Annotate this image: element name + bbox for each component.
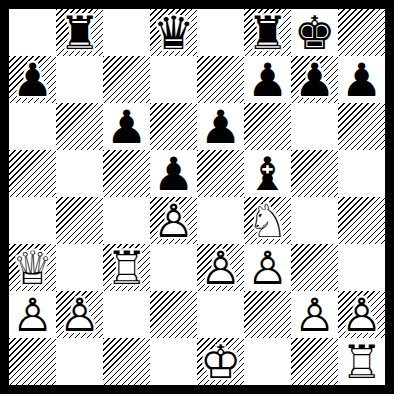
square-f8[interactable]: ♜	[244, 9, 291, 56]
square-f1[interactable]	[244, 338, 291, 385]
square-b6[interactable]	[56, 103, 103, 150]
square-f2[interactable]	[244, 291, 291, 338]
white-piece-outline-layer: ♕	[9, 244, 56, 291]
white-piece-outline-layer: ♙	[244, 244, 291, 291]
white-king-e1[interactable]: ♚♔	[197, 338, 244, 385]
square-c5[interactable]	[103, 150, 150, 197]
white-piece-fill-layer: ♟	[56, 291, 103, 338]
white-piece-outline-layer: ♙	[197, 244, 244, 291]
square-a3[interactable]: ♛♕	[9, 244, 56, 291]
square-h3[interactable]	[338, 244, 385, 291]
black-piece-glyph: ♟	[291, 56, 338, 103]
white-piece-fill-layer: ♟	[338, 291, 385, 338]
square-g2[interactable]: ♟♙	[291, 291, 338, 338]
square-g6[interactable]	[291, 103, 338, 150]
square-d2[interactable]	[150, 291, 197, 338]
white-piece-outline-layer: ♙	[56, 291, 103, 338]
white-piece-outline-layer: ♙	[338, 291, 385, 338]
square-b5[interactable]	[56, 150, 103, 197]
square-c2[interactable]	[103, 291, 150, 338]
square-c1[interactable]	[103, 338, 150, 385]
black-piece-glyph: ♟	[103, 103, 150, 150]
square-c4[interactable]	[103, 197, 150, 244]
square-b2[interactable]: ♟♙	[56, 291, 103, 338]
square-e5[interactable]	[197, 150, 244, 197]
square-a6[interactable]	[9, 103, 56, 150]
white-piece-outline-layer: ♙	[9, 291, 56, 338]
white-piece-outline-layer: ♖	[338, 338, 385, 385]
square-h2[interactable]: ♟♙	[338, 291, 385, 338]
white-piece-outline-layer: ♙	[291, 291, 338, 338]
white-piece-outline-layer: ♘	[244, 197, 291, 244]
square-d4[interactable]: ♟♙	[150, 197, 197, 244]
square-b3[interactable]	[56, 244, 103, 291]
square-d8[interactable]: ♛	[150, 9, 197, 56]
square-f3[interactable]: ♟♙	[244, 244, 291, 291]
square-d6[interactable]	[150, 103, 197, 150]
square-a4[interactable]	[9, 197, 56, 244]
square-e8[interactable]	[197, 9, 244, 56]
black-piece-glyph: ♛	[150, 9, 197, 56]
black-queen-d8[interactable]: ♛	[150, 9, 197, 56]
white-piece-fill-layer: ♜	[338, 338, 385, 385]
square-g1[interactable]	[291, 338, 338, 385]
white-pawn-h2[interactable]: ♟♙	[338, 291, 385, 338]
square-h1[interactable]: ♜♖	[338, 338, 385, 385]
square-e4[interactable]	[197, 197, 244, 244]
square-h8[interactable]	[338, 9, 385, 56]
square-d1[interactable]	[150, 338, 197, 385]
black-piece-glyph: ♟	[197, 103, 244, 150]
square-h6[interactable]	[338, 103, 385, 150]
white-piece-fill-layer: ♚	[197, 338, 244, 385]
white-piece-fill-layer: ♟	[197, 244, 244, 291]
square-e6[interactable]: ♟	[197, 103, 244, 150]
black-rook-f8[interactable]: ♜	[244, 9, 291, 56]
white-piece-fill-layer: ♟	[9, 291, 56, 338]
square-f5[interactable]: ♝	[244, 150, 291, 197]
black-pawn-e6[interactable]: ♟	[197, 103, 244, 150]
black-pawn-h7[interactable]: ♟	[338, 56, 385, 103]
square-a7[interactable]: ♟	[9, 56, 56, 103]
white-pawn-d4[interactable]: ♟♙	[150, 197, 197, 244]
black-piece-glyph: ♜	[56, 9, 103, 56]
white-pawn-e3[interactable]: ♟♙	[197, 244, 244, 291]
black-king-g8[interactable]: ♚	[291, 9, 338, 56]
square-h5[interactable]	[338, 150, 385, 197]
white-queen-a3[interactable]: ♛♕	[9, 244, 56, 291]
square-d7[interactable]	[150, 56, 197, 103]
white-pawn-f3[interactable]: ♟♙	[244, 244, 291, 291]
black-piece-glyph: ♟	[150, 150, 197, 197]
black-piece-glyph: ♝	[244, 150, 291, 197]
square-a2[interactable]: ♟♙	[9, 291, 56, 338]
white-piece-fill-layer: ♞	[244, 197, 291, 244]
square-d5[interactable]: ♟	[150, 150, 197, 197]
white-piece-fill-layer: ♟	[291, 291, 338, 338]
white-piece-outline-layer: ♙	[150, 197, 197, 244]
black-piece-glyph: ♟	[244, 56, 291, 103]
square-g8[interactable]: ♚	[291, 9, 338, 56]
white-piece-outline-layer: ♖	[103, 244, 150, 291]
white-piece-fill-layer: ♟	[244, 244, 291, 291]
square-f4[interactable]: ♞♘	[244, 197, 291, 244]
white-piece-fill-layer: ♛	[9, 244, 56, 291]
square-b1[interactable]	[56, 338, 103, 385]
black-pawn-f7[interactable]: ♟	[244, 56, 291, 103]
black-pawn-c6[interactable]: ♟	[103, 103, 150, 150]
black-pawn-a7[interactable]: ♟	[9, 56, 56, 103]
white-pawn-b2[interactable]: ♟♙	[56, 291, 103, 338]
white-piece-fill-layer: ♟	[150, 197, 197, 244]
square-g7[interactable]: ♟	[291, 56, 338, 103]
white-piece-outline-layer: ♔	[197, 338, 244, 385]
square-f7[interactable]: ♟	[244, 56, 291, 103]
square-h4[interactable]	[338, 197, 385, 244]
square-a1[interactable]	[9, 338, 56, 385]
square-f6[interactable]	[244, 103, 291, 150]
black-pawn-g7[interactable]: ♟	[291, 56, 338, 103]
square-c7[interactable]	[103, 56, 150, 103]
square-b7[interactable]	[56, 56, 103, 103]
square-c6[interactable]: ♟	[103, 103, 150, 150]
black-piece-glyph: ♟	[9, 56, 56, 103]
white-pawn-a2[interactable]: ♟♙	[9, 291, 56, 338]
square-c3[interactable]: ♜♖	[103, 244, 150, 291]
square-g3[interactable]	[291, 244, 338, 291]
square-a8[interactable]	[9, 9, 56, 56]
board-frame: ♜♛♜♚♟♟♟♟♟♟♟♝♟♙♞♘♛♕♜♖♟♙♟♙♟♙♟♙♟♙♟♙♚♔♜♖	[0, 0, 394, 394]
square-b4[interactable]	[56, 197, 103, 244]
white-rook-h1[interactable]: ♜♖	[338, 338, 385, 385]
square-e1[interactable]: ♚♔	[197, 338, 244, 385]
black-bishop-f5[interactable]: ♝	[244, 150, 291, 197]
chess-board: ♜♛♜♚♟♟♟♟♟♟♟♝♟♙♞♘♛♕♜♖♟♙♟♙♟♙♟♙♟♙♟♙♚♔♜♖	[9, 9, 385, 385]
square-b8[interactable]: ♜	[56, 9, 103, 56]
white-piece-fill-layer: ♜	[103, 244, 150, 291]
black-piece-glyph: ♜	[244, 9, 291, 56]
square-e7[interactable]	[197, 56, 244, 103]
square-g5[interactable]	[291, 150, 338, 197]
white-knight-f4[interactable]: ♞♘	[244, 197, 291, 244]
square-a5[interactable]	[9, 150, 56, 197]
square-e2[interactable]	[197, 291, 244, 338]
square-d3[interactable]	[150, 244, 197, 291]
black-piece-glyph: ♚	[291, 9, 338, 56]
black-rook-b8[interactable]: ♜	[56, 9, 103, 56]
square-e3[interactable]: ♟♙	[197, 244, 244, 291]
square-h7[interactable]: ♟	[338, 56, 385, 103]
black-piece-glyph: ♟	[338, 56, 385, 103]
black-pawn-d5[interactable]: ♟	[150, 150, 197, 197]
white-rook-c3[interactable]: ♜♖	[103, 244, 150, 291]
square-c8[interactable]	[103, 9, 150, 56]
white-pawn-g2[interactable]: ♟♙	[291, 291, 338, 338]
square-g4[interactable]	[291, 197, 338, 244]
